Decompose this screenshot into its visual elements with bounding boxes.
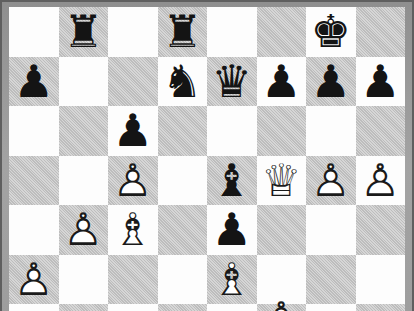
bishop-icon: ♝ xyxy=(207,156,257,206)
pawn-icon: ♟ xyxy=(207,205,257,255)
king-icon: ♚ xyxy=(306,7,356,57)
pawn-icon: ♟ xyxy=(306,57,356,107)
square-e6 xyxy=(207,106,257,156)
square-d2 xyxy=(158,304,208,311)
pawn-icon: ♟ xyxy=(108,106,158,156)
square-h8 xyxy=(356,7,406,57)
square-e3: ♝♗ xyxy=(207,255,257,305)
white-pawn-c5: ♟♙ xyxy=(108,156,158,206)
pawn-icon: ♙ xyxy=(257,294,307,311)
square-d3 xyxy=(158,255,208,305)
pawn-icon: ♟ xyxy=(9,57,59,107)
black-knight-d7: ♞ xyxy=(158,57,208,107)
square-a7: ♟ xyxy=(9,57,59,107)
rook-icon: ♜ xyxy=(158,7,208,57)
black-king-g8: ♚ xyxy=(306,7,356,57)
square-c2 xyxy=(108,304,158,311)
square-e8 xyxy=(207,7,257,57)
square-b2 xyxy=(59,304,109,311)
black-pawn-g7: ♟ xyxy=(306,57,356,107)
square-c3 xyxy=(108,255,158,305)
square-d4 xyxy=(158,205,208,255)
board-frame: ♜♜♚♟♞♛♟♟♟♟♟♙♝♛♕♟♙♟♙♟♙♝♗♟♟♙♝♗♟♙ xyxy=(0,0,414,311)
square-c5: ♟♙ xyxy=(108,156,158,206)
square-h4 xyxy=(356,205,406,255)
square-c6: ♟ xyxy=(108,106,158,156)
bishop-icon: ♗ xyxy=(108,205,158,255)
queen-icon: ♕ xyxy=(257,156,307,206)
square-b7 xyxy=(59,57,109,107)
square-c8 xyxy=(108,7,158,57)
white-pawn-f2: ♟♙ xyxy=(257,294,307,311)
black-pawn-a7: ♟ xyxy=(9,57,59,107)
square-f6 xyxy=(257,106,307,156)
square-e5: ♝ xyxy=(207,156,257,206)
square-g5: ♟♙ xyxy=(306,156,356,206)
square-c4: ♝♗ xyxy=(108,205,158,255)
square-f4 xyxy=(257,205,307,255)
black-pawn-e4: ♟ xyxy=(207,205,257,255)
square-g2 xyxy=(306,304,356,311)
square-e2 xyxy=(207,304,257,311)
white-queen-f5: ♛♕ xyxy=(257,156,307,206)
square-h3 xyxy=(356,255,406,305)
black-pawn-h7: ♟ xyxy=(356,57,406,107)
square-b5 xyxy=(59,156,109,206)
square-a8 xyxy=(9,7,59,57)
square-g3 xyxy=(306,255,356,305)
square-e7: ♛ xyxy=(207,57,257,107)
black-bishop-e5: ♝ xyxy=(207,156,257,206)
chess-board: ♜♜♚♟♞♛♟♟♟♟♟♙♝♛♕♟♙♟♙♟♙♝♗♟♟♙♝♗♟♙ xyxy=(9,7,405,311)
square-a4 xyxy=(9,205,59,255)
square-g8: ♚ xyxy=(306,7,356,57)
white-pawn-a3: ♟♙ xyxy=(9,255,59,305)
pawn-icon: ♟ xyxy=(356,57,406,107)
knight-icon: ♞ xyxy=(158,57,208,107)
square-b8: ♜ xyxy=(59,7,109,57)
black-pawn-c6: ♟ xyxy=(108,106,158,156)
white-pawn-h5: ♟♙ xyxy=(356,156,406,206)
pawn-icon: ♟ xyxy=(257,57,307,107)
square-a6 xyxy=(9,106,59,156)
square-g6 xyxy=(306,106,356,156)
square-e4: ♟ xyxy=(207,205,257,255)
white-pawn-b4: ♟♙ xyxy=(59,205,109,255)
square-a3: ♟♙ xyxy=(9,255,59,305)
square-h2 xyxy=(356,304,406,311)
chess-diagram: ♜♜♚♟♞♛♟♟♟♟♟♙♝♛♕♟♙♟♙♟♙♝♗♟♟♙♝♗♟♙ xyxy=(0,0,414,311)
square-b6 xyxy=(59,106,109,156)
square-a2 xyxy=(9,304,59,311)
square-f7: ♟ xyxy=(257,57,307,107)
square-b3 xyxy=(59,255,109,305)
square-g7: ♟ xyxy=(306,57,356,107)
square-h6 xyxy=(356,106,406,156)
square-d8: ♜ xyxy=(158,7,208,57)
square-g4 xyxy=(306,205,356,255)
pawn-icon: ♙ xyxy=(9,255,59,305)
square-f8 xyxy=(257,7,307,57)
square-c7 xyxy=(108,57,158,107)
square-d5 xyxy=(158,156,208,206)
square-b4: ♟♙ xyxy=(59,205,109,255)
white-bishop-c4: ♝♗ xyxy=(108,205,158,255)
square-h7: ♟ xyxy=(356,57,406,107)
pawn-icon: ♙ xyxy=(306,156,356,206)
queen-icon: ♛ xyxy=(207,57,257,107)
square-h5: ♟♙ xyxy=(356,156,406,206)
square-f5: ♛♕ xyxy=(257,156,307,206)
black-pawn-f7: ♟ xyxy=(257,57,307,107)
black-queen-e7: ♛ xyxy=(207,57,257,107)
square-f2: ♟♙ xyxy=(257,304,307,311)
pawn-icon: ♙ xyxy=(59,205,109,255)
white-pawn-g5: ♟♙ xyxy=(306,156,356,206)
bishop-icon: ♗ xyxy=(207,255,257,305)
pawn-icon: ♙ xyxy=(108,156,158,206)
black-rook-b8: ♜ xyxy=(59,7,109,57)
white-bishop-e3: ♝♗ xyxy=(207,255,257,305)
square-d7: ♞ xyxy=(158,57,208,107)
rook-icon: ♜ xyxy=(59,7,109,57)
square-a5 xyxy=(9,156,59,206)
square-d6 xyxy=(158,106,208,156)
pawn-icon: ♙ xyxy=(356,156,406,206)
black-rook-d8: ♜ xyxy=(158,7,208,57)
